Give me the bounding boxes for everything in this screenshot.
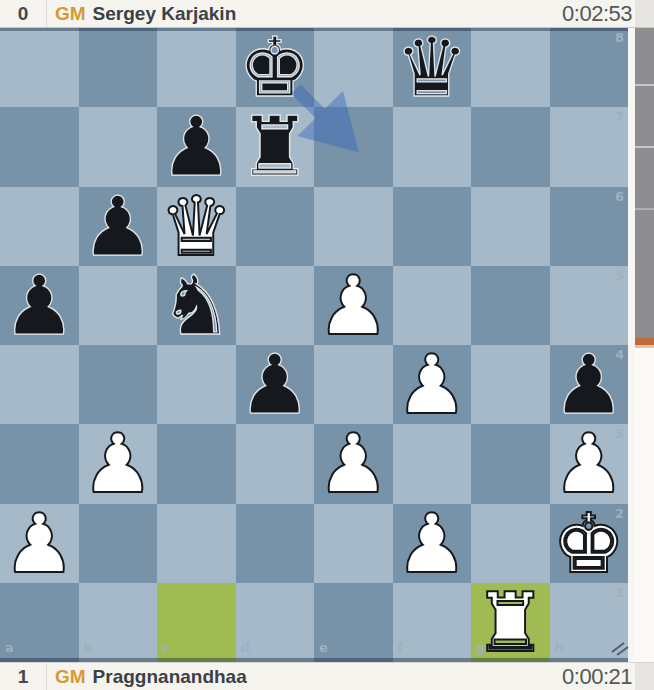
player-name-top: Sergey Karjakin — [93, 3, 237, 25]
square-a7[interactable] — [0, 107, 79, 186]
square-b1[interactable] — [79, 583, 158, 662]
square-c3[interactable] — [157, 424, 236, 503]
square-b2[interactable] — [79, 504, 158, 583]
white-king[interactable]: ♚ — [552, 504, 626, 583]
scroll-position-marker — [635, 338, 654, 345]
square-h6[interactable] — [550, 187, 629, 266]
square-e2[interactable] — [314, 504, 393, 583]
side-scrollbar[interactable] — [635, 28, 654, 662]
track-line — [635, 208, 654, 210]
square-g4[interactable] — [471, 345, 550, 424]
black-pawn[interactable]: ♟ — [552, 345, 626, 424]
square-g6[interactable] — [471, 187, 550, 266]
square-h3[interactable]: ♟ — [550, 424, 629, 503]
bottom-right-corner-block — [635, 663, 654, 690]
square-c8[interactable] — [157, 28, 236, 107]
square-f3[interactable] — [393, 424, 472, 503]
square-e8[interactable] — [314, 28, 393, 107]
square-a1[interactable] — [0, 583, 79, 662]
square-f6[interactable] — [393, 187, 472, 266]
square-c4[interactable] — [157, 345, 236, 424]
white-pawn[interactable]: ♟ — [81, 424, 155, 503]
square-h5[interactable] — [550, 266, 629, 345]
clock-top: 0:02:53 — [562, 1, 632, 27]
square-h2[interactable]: ♚ — [550, 504, 629, 583]
white-pawn[interactable]: ♟ — [316, 424, 390, 503]
white-pawn[interactable]: ♟ — [552, 424, 626, 503]
chess-app-window: 0 GM Sergey Karjakin 0:02:53 ♚♛♟♜♟♛♟♞♟♟♟… — [0, 0, 654, 690]
square-d8[interactable]: ♚ — [236, 28, 315, 107]
square-c1[interactable] — [157, 583, 236, 662]
square-f2[interactable]: ♟ — [393, 504, 472, 583]
square-g3[interactable] — [471, 424, 550, 503]
square-b3[interactable]: ♟ — [79, 424, 158, 503]
square-d1[interactable] — [236, 583, 315, 662]
gm-title-bottom: GM — [55, 666, 86, 688]
black-pawn[interactable]: ♟ — [2, 266, 76, 345]
square-a3[interactable] — [0, 424, 79, 503]
track-line — [635, 146, 654, 148]
board-squares: ♚♛♟♜♟♛♟♞♟♟♟♟♟♟♟♟♟♚♜ — [0, 28, 628, 662]
square-b6[interactable]: ♟ — [79, 187, 158, 266]
gm-title-top: GM — [55, 3, 86, 25]
square-e1[interactable] — [314, 583, 393, 662]
square-d4[interactable]: ♟ — [236, 345, 315, 424]
square-d3[interactable] — [236, 424, 315, 503]
square-e7[interactable] — [314, 107, 393, 186]
square-a4[interactable] — [0, 345, 79, 424]
square-d2[interactable] — [236, 504, 315, 583]
square-g1[interactable]: ♜ — [471, 583, 550, 662]
square-g7[interactable] — [471, 107, 550, 186]
chess-board[interactable]: ♚♛♟♜♟♛♟♞♟♟♟♟♟♟♟♟♟♚♜ 87654321abcdefgh — [0, 28, 628, 662]
resize-handle-icon[interactable] — [610, 638, 632, 660]
square-f5[interactable] — [393, 266, 472, 345]
square-g8[interactable] — [471, 28, 550, 107]
white-pawn[interactable]: ♟ — [2, 504, 76, 583]
white-pawn[interactable]: ♟ — [395, 504, 469, 583]
square-b4[interactable] — [79, 345, 158, 424]
square-c7[interactable]: ♟ — [157, 107, 236, 186]
white-pawn[interactable]: ♟ — [395, 345, 469, 424]
black-pawn[interactable]: ♟ — [159, 107, 233, 186]
square-e5[interactable]: ♟ — [314, 266, 393, 345]
square-f4[interactable]: ♟ — [393, 345, 472, 424]
black-rook[interactable]: ♜ — [238, 107, 312, 186]
square-b7[interactable] — [79, 107, 158, 186]
square-a6[interactable] — [0, 187, 79, 266]
square-a5[interactable]: ♟ — [0, 266, 79, 345]
player-name-bottom: Praggnanandhaa — [93, 666, 247, 688]
square-h4[interactable]: ♟ — [550, 345, 629, 424]
white-queen[interactable]: ♛ — [159, 187, 233, 266]
top-right-corner-block — [635, 0, 654, 27]
player-bar-top: 0 GM Sergey Karjakin 0:02:53 — [0, 0, 654, 28]
white-rook[interactable]: ♜ — [473, 583, 547, 662]
square-g5[interactable] — [471, 266, 550, 345]
clock-bottom: 0:00:21 — [562, 664, 632, 690]
square-c6[interactable]: ♛ — [157, 187, 236, 266]
square-d7[interactable]: ♜ — [236, 107, 315, 186]
black-king[interactable]: ♚ — [238, 28, 312, 107]
black-queen[interactable]: ♛ — [395, 28, 469, 107]
track-line — [635, 84, 654, 86]
square-a8[interactable] — [0, 28, 79, 107]
square-f7[interactable] — [393, 107, 472, 186]
score-bottom: 1 — [0, 663, 47, 690]
score-top: 0 — [0, 0, 47, 27]
square-f8[interactable]: ♛ — [393, 28, 472, 107]
square-e3[interactable]: ♟ — [314, 424, 393, 503]
square-a2[interactable]: ♟ — [0, 504, 79, 583]
square-h7[interactable] — [550, 107, 629, 186]
black-pawn[interactable]: ♟ — [81, 187, 155, 266]
board-panel-divider — [628, 28, 635, 662]
square-c5[interactable]: ♞ — [157, 266, 236, 345]
square-b8[interactable] — [79, 28, 158, 107]
square-e6[interactable] — [314, 187, 393, 266]
square-b5[interactable] — [79, 266, 158, 345]
player-bar-bottom: 1 GM Praggnanandhaa 0:00:21 — [0, 662, 654, 690]
square-e4[interactable] — [314, 345, 393, 424]
square-g2[interactable] — [471, 504, 550, 583]
square-d5[interactable] — [236, 266, 315, 345]
black-knight[interactable]: ♞ — [159, 266, 233, 345]
square-d6[interactable] — [236, 187, 315, 266]
scrollbar-track[interactable] — [635, 28, 654, 338]
black-pawn[interactable]: ♟ — [238, 345, 312, 424]
square-h8[interactable] — [550, 28, 629, 107]
square-f1[interactable] — [393, 583, 472, 662]
white-pawn[interactable]: ♟ — [316, 266, 390, 345]
square-c2[interactable] — [157, 504, 236, 583]
scroll-marker-fade — [635, 345, 654, 348]
